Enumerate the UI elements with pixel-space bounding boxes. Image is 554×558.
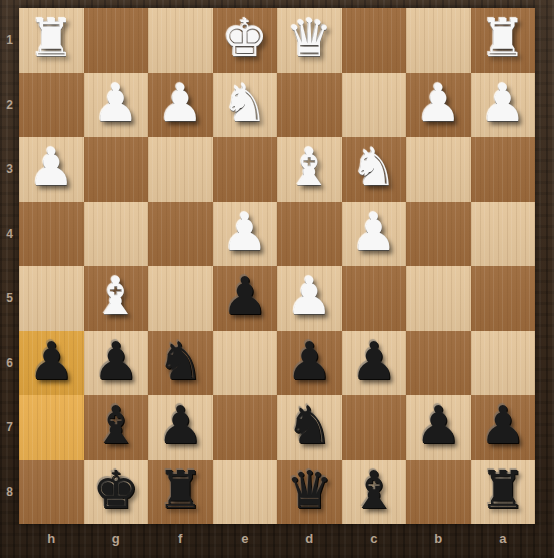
square-h4[interactable] [19,202,84,267]
square-b1[interactable] [406,8,471,73]
file-label-c: c [342,524,407,552]
rank-label-3: 3 [0,137,19,202]
square-h3[interactable]: ♟ [19,137,84,202]
square-e6[interactable] [213,331,278,396]
square-b8[interactable] [406,460,471,525]
square-b7[interactable]: ♟ [406,395,471,460]
black-king-g8[interactable]: ♚ [92,464,139,516]
rank-label-4: 4 [0,202,19,267]
black-pawn-h6[interactable]: ♟ [28,335,75,387]
square-f1[interactable] [148,8,213,73]
white-pawn-h3[interactable]: ♟ [28,141,75,193]
square-h6[interactable]: ♟ [19,331,84,396]
white-pawn-d5[interactable]: ♟ [286,270,333,322]
square-f5[interactable] [148,266,213,331]
rank-label-1: 1 [0,8,19,73]
square-d8[interactable]: ♛ [277,460,342,525]
square-b4[interactable] [406,202,471,267]
square-e7[interactable] [213,395,278,460]
square-a8[interactable]: ♜ [471,460,536,525]
white-queen-d1[interactable]: ♛ [286,12,333,64]
black-queen-d8[interactable]: ♛ [286,464,333,516]
square-d7[interactable]: ♞ [277,395,342,460]
white-pawn-e4[interactable]: ♟ [221,206,268,258]
file-label-e: e [213,524,278,552]
square-d1[interactable]: ♛ [277,8,342,73]
square-g6[interactable]: ♟ [84,331,149,396]
white-bishop-g5[interactable]: ♝ [92,270,139,322]
square-c3[interactable]: ♞ [342,137,407,202]
white-knight-e2[interactable]: ♞ [221,77,268,129]
white-pawn-b2[interactable]: ♟ [415,77,462,129]
square-f8[interactable]: ♜ [148,460,213,525]
square-g1[interactable] [84,8,149,73]
square-g8[interactable]: ♚ [84,460,149,525]
white-pawn-a2[interactable]: ♟ [479,77,526,129]
square-h7[interactable] [19,395,84,460]
square-e2[interactable]: ♞ [213,73,278,138]
square-e1[interactable]: ♚ [213,8,278,73]
square-h5[interactable] [19,266,84,331]
black-pawn-e5[interactable]: ♟ [221,270,268,322]
black-knight-f6[interactable]: ♞ [157,335,204,387]
file-labels: hgfedcba [19,524,535,552]
rank-label-6: 6 [0,331,19,396]
square-b2[interactable]: ♟ [406,73,471,138]
square-a6[interactable] [471,331,536,396]
file-label-g: g [84,524,149,552]
square-f7[interactable]: ♟ [148,395,213,460]
black-pawn-d6[interactable]: ♟ [286,335,333,387]
white-pawn-g2[interactable]: ♟ [92,77,139,129]
square-d6[interactable]: ♟ [277,331,342,396]
square-f2[interactable]: ♟ [148,73,213,138]
file-label-a: a [471,524,536,552]
square-h1[interactable]: ♜ [19,8,84,73]
rank-label-2: 2 [0,73,19,138]
file-label-h: h [19,524,84,552]
white-rook-a1[interactable]: ♜ [479,12,526,64]
white-king-e1[interactable]: ♚ [221,12,268,64]
black-pawn-b7[interactable]: ♟ [415,399,462,451]
black-rook-f8[interactable]: ♜ [157,464,204,516]
black-pawn-c6[interactable]: ♟ [350,335,397,387]
square-h8[interactable] [19,460,84,525]
rank-labels: 12345678 [0,8,19,524]
square-d5[interactable]: ♟ [277,266,342,331]
square-g5[interactable]: ♝ [84,266,149,331]
black-pawn-f7[interactable]: ♟ [157,399,204,451]
square-d3[interactable]: ♝ [277,137,342,202]
rank-label-8: 8 [0,460,19,525]
square-e3[interactable] [213,137,278,202]
square-c7[interactable] [342,395,407,460]
square-d2[interactable] [277,73,342,138]
white-pawn-c4[interactable]: ♟ [350,206,397,258]
board-frame: 12345678 ♜♚♛♜♟♟♞♟♟♟♝♞♟♟♝♟♟♟♟♞♟♟♝♟♞♟♟♚♜♛♝… [0,0,554,558]
square-h2[interactable] [19,73,84,138]
chess-board: ♜♚♛♜♟♟♞♟♟♟♝♞♟♟♝♟♟♟♟♞♟♟♝♟♞♟♟♚♜♛♝♜ [19,8,535,524]
square-e5[interactable]: ♟ [213,266,278,331]
square-f6[interactable]: ♞ [148,331,213,396]
black-knight-d7[interactable]: ♞ [286,399,333,451]
square-d4[interactable] [277,202,342,267]
square-a1[interactable]: ♜ [471,8,536,73]
black-pawn-a7[interactable]: ♟ [479,399,526,451]
square-g3[interactable] [84,137,149,202]
square-a4[interactable] [471,202,536,267]
square-f3[interactable] [148,137,213,202]
white-knight-c3[interactable]: ♞ [350,141,397,193]
black-pawn-g6[interactable]: ♟ [92,335,139,387]
file-label-d: d [277,524,342,552]
square-b3[interactable] [406,137,471,202]
square-c2[interactable] [342,73,407,138]
file-label-b: b [406,524,471,552]
square-b5[interactable] [406,266,471,331]
square-a3[interactable] [471,137,536,202]
square-a2[interactable]: ♟ [471,73,536,138]
square-b6[interactable] [406,331,471,396]
rank-label-5: 5 [0,266,19,331]
square-f4[interactable] [148,202,213,267]
square-c6[interactable]: ♟ [342,331,407,396]
square-c4[interactable]: ♟ [342,202,407,267]
white-pawn-f2[interactable]: ♟ [157,77,204,129]
square-a7[interactable]: ♟ [471,395,536,460]
square-a5[interactable] [471,266,536,331]
square-e4[interactable]: ♟ [213,202,278,267]
square-c8[interactable]: ♝ [342,460,407,525]
file-label-f: f [148,524,213,552]
square-e8[interactable] [213,460,278,525]
square-g4[interactable] [84,202,149,267]
square-c5[interactable] [342,266,407,331]
square-g7[interactable]: ♝ [84,395,149,460]
black-rook-a8[interactable]: ♜ [479,464,526,516]
black-bishop-c8[interactable]: ♝ [350,464,397,516]
black-bishop-g7[interactable]: ♝ [92,399,139,451]
white-rook-h1[interactable]: ♜ [28,12,75,64]
white-bishop-d3[interactable]: ♝ [286,141,333,193]
square-g2[interactable]: ♟ [84,73,149,138]
square-c1[interactable] [342,8,407,73]
rank-label-7: 7 [0,395,19,460]
